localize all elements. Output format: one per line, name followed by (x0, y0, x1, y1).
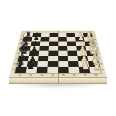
chess-board: abcdefgh abcdefgh 12345678 (9, 31, 107, 77)
fold-seam (58, 31, 59, 77)
chess-set-photo: abcdefgh abcdefgh 12345678 ♜♞♝♛♚♝♞♜♟♟♟♟♟… (0, 0, 116, 116)
box-front-face (9, 77, 107, 84)
fold-seam-front (58, 78, 59, 83)
